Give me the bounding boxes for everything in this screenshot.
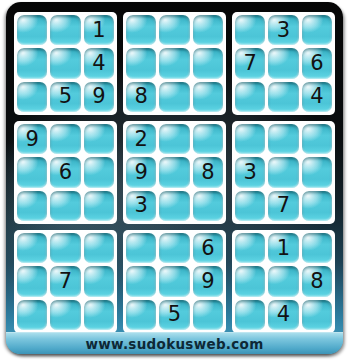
cell-r9c1[interactable] [17, 300, 47, 330]
cell-r6c1[interactable] [17, 191, 47, 221]
box-r2c2: 2983 [123, 121, 226, 224]
cell-r2c6[interactable] [193, 48, 223, 78]
cell-r9c4[interactable] [126, 300, 156, 330]
box-r3c3: 184 [232, 230, 335, 333]
cell-r3c8[interactable] [268, 82, 298, 112]
cell-r8c5[interactable] [159, 266, 189, 296]
site-url-link[interactable]: www.sudokusweb.com [85, 336, 263, 352]
cell-r4c7[interactable] [235, 124, 265, 154]
cell-r8c7[interactable] [235, 266, 265, 296]
cell-r6c8[interactable]: 7 [268, 191, 298, 221]
cell-r4c9[interactable] [302, 124, 332, 154]
cell-r4c6[interactable] [193, 124, 223, 154]
cell-r5c1[interactable] [17, 157, 47, 187]
cell-r8c3[interactable] [84, 266, 114, 296]
cell-r7c3[interactable] [84, 233, 114, 263]
cell-r8c6[interactable]: 9 [193, 266, 223, 296]
cell-r7c8[interactable]: 1 [268, 233, 298, 263]
cell-r3c9[interactable]: 4 [302, 82, 332, 112]
cell-r5c7[interactable]: 3 [235, 157, 265, 187]
cell-r2c5[interactable] [159, 48, 189, 78]
box-r3c1: 7 [14, 230, 117, 333]
box-r1c3: 3764 [232, 12, 335, 115]
cell-r9c9[interactable] [302, 300, 332, 330]
box-r1c1: 1459 [14, 12, 117, 115]
cell-r7c6[interactable]: 6 [193, 233, 223, 263]
cell-r6c9[interactable] [302, 191, 332, 221]
cell-r3c5[interactable] [159, 82, 189, 112]
box-r3c2: 695 [123, 230, 226, 333]
cell-r6c4[interactable]: 3 [126, 191, 156, 221]
cell-r3c7[interactable] [235, 82, 265, 112]
footer-bar: www.sudokusweb.com [6, 332, 343, 354]
cell-r1c3[interactable]: 1 [84, 15, 114, 45]
cell-r2c1[interactable] [17, 48, 47, 78]
cell-r1c6[interactable] [193, 15, 223, 45]
cell-r5c9[interactable] [302, 157, 332, 187]
cell-r4c1[interactable]: 9 [17, 124, 47, 154]
cell-r7c7[interactable] [235, 233, 265, 263]
cell-r1c7[interactable] [235, 15, 265, 45]
cell-r6c2[interactable] [50, 191, 80, 221]
cell-r2c3[interactable]: 4 [84, 48, 114, 78]
cell-r1c8[interactable]: 3 [268, 15, 298, 45]
cell-r9c3[interactable] [84, 300, 114, 330]
cell-r3c4[interactable]: 8 [126, 82, 156, 112]
cell-r5c6[interactable]: 8 [193, 157, 223, 187]
box-r1c2: 8 [123, 12, 226, 115]
cell-r3c2[interactable]: 5 [50, 82, 80, 112]
cell-r4c2[interactable] [50, 124, 80, 154]
cell-r2c9[interactable]: 6 [302, 48, 332, 78]
cell-r3c6[interactable] [193, 82, 223, 112]
cell-r4c5[interactable] [159, 124, 189, 154]
cell-r7c2[interactable] [50, 233, 80, 263]
cell-r8c8[interactable] [268, 266, 298, 296]
cell-r1c2[interactable] [50, 15, 80, 45]
cell-r5c3[interactable] [84, 157, 114, 187]
cell-r9c6[interactable] [193, 300, 223, 330]
cell-r1c1[interactable] [17, 15, 47, 45]
cell-r5c2[interactable]: 6 [50, 157, 80, 187]
cell-r4c8[interactable] [268, 124, 298, 154]
cell-r3c3[interactable]: 9 [84, 82, 114, 112]
cell-r6c7[interactable] [235, 191, 265, 221]
cell-r8c2[interactable]: 7 [50, 266, 80, 296]
cell-r8c1[interactable] [17, 266, 47, 296]
cell-r6c5[interactable] [159, 191, 189, 221]
cell-r5c5[interactable] [159, 157, 189, 187]
cell-r9c7[interactable] [235, 300, 265, 330]
cell-r7c1[interactable] [17, 233, 47, 263]
cell-r5c8[interactable] [268, 157, 298, 187]
cell-r1c9[interactable] [302, 15, 332, 45]
cell-r6c3[interactable] [84, 191, 114, 221]
cell-r8c4[interactable] [126, 266, 156, 296]
cell-r1c4[interactable] [126, 15, 156, 45]
cell-r3c1[interactable] [17, 82, 47, 112]
cell-r1c5[interactable] [159, 15, 189, 45]
sudoku-board: 145983764962983377695184 [14, 12, 335, 333]
cell-r2c4[interactable] [126, 48, 156, 78]
cell-r9c8[interactable]: 4 [268, 300, 298, 330]
box-r2c1: 96 [14, 121, 117, 224]
cell-r4c3[interactable] [84, 124, 114, 154]
cell-r6c6[interactable] [193, 191, 223, 221]
cell-r2c7[interactable]: 7 [235, 48, 265, 78]
cell-r5c4[interactable]: 9 [126, 157, 156, 187]
cell-r9c2[interactable] [50, 300, 80, 330]
box-r2c3: 37 [232, 121, 335, 224]
cell-r7c4[interactable] [126, 233, 156, 263]
cell-r7c9[interactable] [302, 233, 332, 263]
board-frame: 145983764962983377695184 www.sudokusweb.… [6, 2, 343, 354]
cell-r2c8[interactable] [268, 48, 298, 78]
cell-r8c9[interactable]: 8 [302, 266, 332, 296]
cell-r9c5[interactable]: 5 [159, 300, 189, 330]
cell-r4c4[interactable]: 2 [126, 124, 156, 154]
cell-r2c2[interactable] [50, 48, 80, 78]
cell-r7c5[interactable] [159, 233, 189, 263]
